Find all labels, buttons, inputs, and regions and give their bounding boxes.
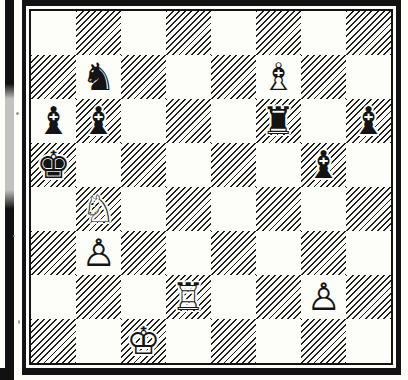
square-d2: ♖ (166, 275, 211, 319)
square-h4 (346, 187, 391, 231)
square-h6: ♝ (346, 99, 391, 143)
square-f4 (256, 187, 301, 231)
square-d5 (166, 143, 211, 187)
square-e8 (211, 11, 256, 55)
chess-board: ♞♗♝♝♜♝♚♝♘♙♖♙♔ (29, 9, 393, 365)
square-d1 (166, 319, 211, 363)
piece-white-rook-d2: ♖ (171, 275, 205, 319)
square-h3 (346, 231, 391, 275)
square-d6 (166, 99, 211, 143)
square-b7: ♞ (76, 55, 121, 99)
square-c4 (121, 187, 166, 231)
square-f7: ♗ (256, 55, 301, 99)
square-h5 (346, 143, 391, 187)
print-speck (18, 320, 20, 324)
piece-black-knight-b7: ♞ (81, 55, 115, 99)
square-b2 (76, 275, 121, 319)
print-speck (13, 235, 15, 237)
square-e2 (211, 275, 256, 319)
piece-white-king-c1: ♔ (126, 319, 160, 363)
square-f8 (256, 11, 301, 55)
square-g1 (301, 319, 346, 363)
square-g3 (301, 231, 346, 275)
newspaper-scan: ♞♗♝♝♜♝♚♝♘♙♖♙♔ (0, 0, 408, 380)
square-g8 (301, 11, 346, 55)
ink-blotch (0, 368, 11, 380)
square-a7 (31, 55, 76, 99)
square-e3 (211, 231, 256, 275)
piece-black-bishop-h6: ♝ (351, 99, 385, 143)
piece-white-pawn-g2: ♙ (306, 275, 340, 319)
square-d7 (166, 55, 211, 99)
square-f5 (256, 143, 301, 187)
square-c1: ♔ (121, 319, 166, 363)
square-b6: ♝ (76, 99, 121, 143)
newspaper-column-rule (5, 0, 14, 380)
piece-white-pawn-b3: ♙ (81, 231, 115, 275)
square-f2 (256, 275, 301, 319)
square-h8 (346, 11, 391, 55)
square-b3: ♙ (76, 231, 121, 275)
square-d4 (166, 187, 211, 231)
square-c3 (121, 231, 166, 275)
square-b8 (76, 11, 121, 55)
square-h1 (346, 319, 391, 363)
square-c8 (121, 11, 166, 55)
square-a4 (31, 187, 76, 231)
square-h7 (346, 55, 391, 99)
square-c5 (121, 143, 166, 187)
square-a3 (31, 231, 76, 275)
square-e7 (211, 55, 256, 99)
piece-black-rook-f6: ♜ (261, 99, 295, 143)
square-b5 (76, 143, 121, 187)
piece-black-bishop-a6: ♝ (36, 99, 70, 143)
square-g5: ♝ (301, 143, 346, 187)
square-e5 (211, 143, 256, 187)
square-c6 (121, 99, 166, 143)
square-e6 (211, 99, 256, 143)
square-g6 (301, 99, 346, 143)
square-a6: ♝ (31, 99, 76, 143)
square-f1 (256, 319, 301, 363)
piece-black-bishop-g5: ♝ (306, 143, 340, 187)
square-e1 (211, 319, 256, 363)
square-a2 (31, 275, 76, 319)
square-g4 (301, 187, 346, 231)
square-f6: ♜ (256, 99, 301, 143)
square-a5: ♚ (31, 143, 76, 187)
square-d3 (166, 231, 211, 275)
square-a1 (31, 319, 76, 363)
square-g7 (301, 55, 346, 99)
square-f3 (256, 231, 301, 275)
piece-white-bishop-f7: ♗ (261, 55, 295, 99)
square-e4 (211, 187, 256, 231)
piece-black-king-a5: ♚ (36, 143, 70, 187)
square-d8 (166, 11, 211, 55)
square-a8 (31, 11, 76, 55)
piece-black-bishop-b6: ♝ (81, 99, 115, 143)
square-c2 (121, 275, 166, 319)
square-b1 (76, 319, 121, 363)
square-h2 (346, 275, 391, 319)
square-b4: ♘ (76, 187, 121, 231)
square-g2: ♙ (301, 275, 346, 319)
piece-white-knight-b4: ♘ (81, 187, 115, 231)
board-frame: ♞♗♝♝♜♝♚♝♘♙♖♙♔ (22, 0, 401, 375)
print-speck (16, 112, 19, 115)
square-c7 (121, 55, 166, 99)
